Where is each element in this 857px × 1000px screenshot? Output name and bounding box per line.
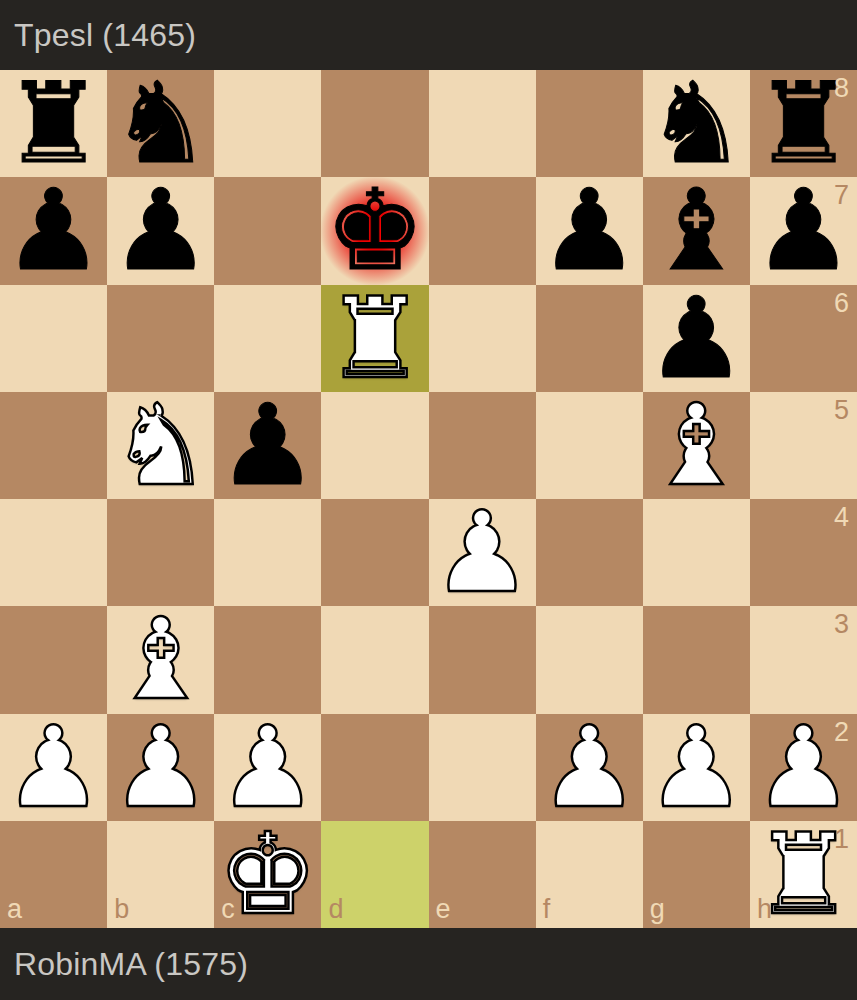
square-a8[interactable]: ♜ <box>0 70 107 177</box>
square-c1[interactable]: ♚c <box>214 821 321 928</box>
square-a4[interactable] <box>0 499 107 606</box>
square-g3[interactable] <box>643 606 750 713</box>
square-a1[interactable]: a <box>0 821 107 928</box>
square-b5[interactable]: ♞ <box>107 392 214 499</box>
square-b8[interactable]: ♞ <box>107 70 214 177</box>
black-pawn[interactable]: ♟ <box>218 392 318 499</box>
file-label-c: c <box>221 896 235 923</box>
square-d6[interactable]: ♜ <box>321 285 428 392</box>
file-label-b: b <box>114 896 129 923</box>
white-pawn[interactable]: ♟ <box>539 714 639 821</box>
rank-label-6: 6 <box>834 290 849 317</box>
square-d7[interactable]: ♚ <box>321 177 428 284</box>
square-d4[interactable] <box>321 499 428 606</box>
square-c8[interactable] <box>214 70 321 177</box>
black-bishop[interactable]: ♝ <box>646 177 746 284</box>
square-e2[interactable] <box>429 714 536 821</box>
square-d8[interactable] <box>321 70 428 177</box>
file-label-g: g <box>650 896 665 923</box>
square-f2[interactable]: ♟ <box>536 714 643 821</box>
square-e5[interactable] <box>429 392 536 499</box>
square-g8[interactable]: ♞ <box>643 70 750 177</box>
square-c7[interactable] <box>214 177 321 284</box>
square-e7[interactable] <box>429 177 536 284</box>
square-f8[interactable] <box>536 70 643 177</box>
square-f3[interactable] <box>536 606 643 713</box>
white-pawn[interactable]: ♟ <box>432 499 532 606</box>
black-pawn[interactable]: ♟ <box>646 285 746 392</box>
square-e6[interactable] <box>429 285 536 392</box>
top-player-name: Tpesl (1465) <box>14 19 196 51</box>
square-c6[interactable] <box>214 285 321 392</box>
rank-label-3: 3 <box>834 611 849 638</box>
rank-label-7: 7 <box>834 182 849 209</box>
square-h7[interactable]: ♟7 <box>750 177 857 284</box>
square-g7[interactable]: ♝ <box>643 177 750 284</box>
square-g1[interactable]: g <box>643 821 750 928</box>
black-knight[interactable]: ♞ <box>646 70 746 177</box>
square-b6[interactable] <box>107 285 214 392</box>
file-label-f: f <box>543 896 551 923</box>
black-king[interactable]: ♚ <box>325 177 425 284</box>
square-d1[interactable]: d <box>321 821 428 928</box>
white-pawn[interactable]: ♟ <box>218 714 318 821</box>
black-pawn[interactable]: ♟ <box>3 177 103 284</box>
square-f5[interactable] <box>536 392 643 499</box>
white-bishop[interactable]: ♝ <box>646 392 746 499</box>
white-pawn[interactable]: ♟ <box>110 714 210 821</box>
rank-label-8: 8 <box>834 75 849 102</box>
square-c4[interactable] <box>214 499 321 606</box>
square-a6[interactable] <box>0 285 107 392</box>
square-h5[interactable]: 5 <box>750 392 857 499</box>
square-g6[interactable]: ♟ <box>643 285 750 392</box>
square-h8[interactable]: ♜8 <box>750 70 857 177</box>
black-pawn[interactable]: ♟ <box>539 177 639 284</box>
black-pawn[interactable]: ♟ <box>110 177 210 284</box>
square-c2[interactable]: ♟ <box>214 714 321 821</box>
file-label-e: e <box>436 896 451 923</box>
rank-label-5: 5 <box>834 397 849 424</box>
square-b2[interactable]: ♟ <box>107 714 214 821</box>
square-f1[interactable]: f <box>536 821 643 928</box>
square-f6[interactable] <box>536 285 643 392</box>
square-h4[interactable]: 4 <box>750 499 857 606</box>
square-f7[interactable]: ♟ <box>536 177 643 284</box>
square-e3[interactable] <box>429 606 536 713</box>
square-f4[interactable] <box>536 499 643 606</box>
file-label-a: a <box>7 896 22 923</box>
square-c3[interactable] <box>214 606 321 713</box>
bottom-player-bar: RobinMA (1575) <box>0 928 857 1000</box>
bottom-player-name: RobinMA (1575) <box>14 948 248 980</box>
square-b4[interactable] <box>107 499 214 606</box>
square-b1[interactable]: b <box>107 821 214 928</box>
square-d5[interactable] <box>321 392 428 499</box>
top-player-bar: Tpesl (1465) <box>0 0 857 70</box>
black-knight[interactable]: ♞ <box>110 70 210 177</box>
square-e8[interactable] <box>429 70 536 177</box>
white-knight[interactable]: ♞ <box>110 392 210 499</box>
square-c5[interactable]: ♟ <box>214 392 321 499</box>
rank-label-4: 4 <box>834 504 849 531</box>
white-pawn[interactable]: ♟ <box>646 714 746 821</box>
square-b3[interactable]: ♝ <box>107 606 214 713</box>
square-h6[interactable]: 6 <box>750 285 857 392</box>
square-g5[interactable]: ♝ <box>643 392 750 499</box>
board: ♜♞♞♜8♟♟♚♟♝♟7♜♟6♞♟♝5♟4♝3♟♟♟♟♟♟2ab♚cdefg♜h… <box>0 70 857 928</box>
rank-label-2: 2 <box>834 719 849 746</box>
square-d3[interactable] <box>321 606 428 713</box>
square-h3[interactable]: 3 <box>750 606 857 713</box>
square-e1[interactable]: e <box>429 821 536 928</box>
square-g4[interactable] <box>643 499 750 606</box>
file-label-d: d <box>328 896 343 923</box>
square-h2[interactable]: ♟2 <box>750 714 857 821</box>
square-g2[interactable]: ♟ <box>643 714 750 821</box>
square-h1[interactable]: ♜h1 <box>750 821 857 928</box>
square-b7[interactable]: ♟ <box>107 177 214 284</box>
white-pawn[interactable]: ♟ <box>3 714 103 821</box>
square-d2[interactable] <box>321 714 428 821</box>
white-rook[interactable]: ♜ <box>325 285 425 392</box>
black-rook[interactable]: ♜ <box>3 70 103 177</box>
square-e4[interactable]: ♟ <box>429 499 536 606</box>
square-a3[interactable] <box>0 606 107 713</box>
rank-label-1: 1 <box>834 826 849 853</box>
square-a5[interactable] <box>0 392 107 499</box>
white-bishop[interactable]: ♝ <box>110 606 210 713</box>
file-label-h: h <box>757 896 772 923</box>
square-a7[interactable]: ♟ <box>0 177 107 284</box>
square-a2[interactable]: ♟ <box>0 714 107 821</box>
